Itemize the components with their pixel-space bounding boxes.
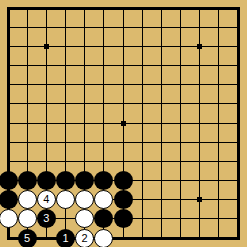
grid-line <box>8 161 238 162</box>
move-number-label: 5 <box>24 233 30 244</box>
move-number-label: 1 <box>62 233 68 244</box>
black-stone: 5 <box>18 229 37 247</box>
black-stone <box>37 171 56 190</box>
move-number-label: 3 <box>43 213 49 224</box>
move-number-label: 2 <box>82 233 88 244</box>
grid-line <box>199 8 200 238</box>
grid-line <box>142 8 143 238</box>
star-point <box>197 197 202 202</box>
go-diagram: 43512 <box>0 0 247 247</box>
star-point <box>197 44 202 49</box>
black-stone <box>114 190 133 209</box>
grid-line <box>8 142 238 143</box>
black-stone <box>0 190 18 209</box>
black-stone <box>0 171 18 190</box>
white-stone <box>0 209 18 228</box>
white-stone <box>18 190 37 209</box>
grid-line <box>180 8 181 238</box>
white-stone: 2 <box>75 229 94 247</box>
black-stone <box>56 171 75 190</box>
star-point <box>121 121 126 126</box>
grid-line <box>218 8 219 238</box>
white-stone <box>18 209 37 228</box>
black-stone <box>18 171 37 190</box>
go-board[interactable]: 43512 <box>0 0 247 247</box>
white-stone <box>94 229 113 247</box>
star-point <box>44 44 49 49</box>
black-stone: 1 <box>56 229 75 247</box>
grid-line <box>161 8 162 238</box>
black-stone <box>114 209 133 228</box>
black-stone <box>114 171 133 190</box>
move-number-label: 4 <box>43 194 49 205</box>
white-stone: 4 <box>37 190 56 209</box>
